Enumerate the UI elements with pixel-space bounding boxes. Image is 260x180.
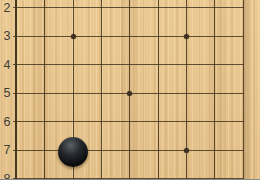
grid-line-horizontal	[13, 64, 244, 65]
grid-line-horizontal	[13, 7, 244, 8]
grid-line-vertical	[44, 0, 45, 179]
row-label: 7	[0, 144, 14, 156]
row-label: 3	[0, 30, 14, 42]
star-point	[184, 148, 189, 153]
board-edge-shading	[244, 0, 252, 179]
grid-line-vertical	[243, 0, 244, 179]
go-board[interactable]: 2345678	[0, 0, 260, 179]
row-label: 2	[0, 2, 14, 14]
grid-line-vertical	[129, 0, 130, 179]
grid-line-vertical	[214, 0, 215, 179]
grid-line-horizontal	[13, 150, 244, 151]
grid-line-vertical	[158, 0, 159, 179]
grid-line-horizontal	[13, 178, 244, 179]
grid-line-horizontal	[13, 121, 244, 122]
grid-line-vertical	[101, 0, 102, 179]
star-point	[127, 91, 132, 96]
row-label: 6	[0, 116, 14, 128]
row-label: 4	[0, 59, 14, 71]
grid-line-vertical	[15, 0, 17, 179]
row-label: 8	[0, 173, 14, 180]
star-point	[71, 34, 76, 39]
grid-line-horizontal	[13, 36, 244, 37]
black-stone[interactable]	[58, 137, 88, 167]
row-label: 5	[0, 87, 14, 99]
go-app-screenshot: 2345678	[0, 0, 260, 179]
star-point	[184, 34, 189, 39]
